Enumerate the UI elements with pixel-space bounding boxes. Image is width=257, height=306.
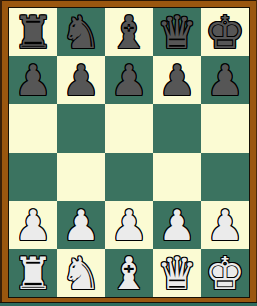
- square-c1[interactable]: ♝: [105, 249, 153, 297]
- square-c7[interactable]: ♟: [105, 56, 153, 104]
- piece-black-knight[interactable]: ♞: [61, 9, 101, 56]
- square-e8[interactable]: ♚: [201, 8, 249, 56]
- square-b7[interactable]: ♟: [57, 56, 105, 104]
- square-b1[interactable]: ♞: [57, 249, 105, 297]
- square-e1[interactable]: ♚: [201, 249, 249, 297]
- square-a6[interactable]: [9, 104, 57, 152]
- square-e7[interactable]: ♟: [201, 56, 249, 104]
- piece-black-pawn[interactable]: ♟: [110, 57, 148, 104]
- piece-white-pawn[interactable]: ♟: [206, 202, 244, 249]
- piece-white-pawn[interactable]: ♟: [158, 202, 196, 249]
- square-c5[interactable]: [105, 153, 153, 201]
- square-d2[interactable]: ♟: [153, 201, 201, 249]
- piece-white-rook[interactable]: ♜: [13, 250, 53, 297]
- chess-app-window: ♜♞♝♛♚♟♟♟♟♟♟♟♟♟♟♜♞♝♛♚: [0, 0, 257, 306]
- board-frame-left-edge: [0, 0, 2, 306]
- piece-black-king[interactable]: ♚: [205, 9, 245, 56]
- square-a1[interactable]: ♜: [9, 249, 57, 297]
- window-background-strip: [0, 302, 257, 306]
- square-b6[interactable]: [57, 104, 105, 152]
- piece-white-bishop[interactable]: ♝: [109, 250, 149, 297]
- square-d6[interactable]: [153, 104, 201, 152]
- square-e5[interactable]: [201, 153, 249, 201]
- square-c2[interactable]: ♟: [105, 201, 153, 249]
- square-d7[interactable]: ♟: [153, 56, 201, 104]
- piece-white-knight[interactable]: ♞: [61, 250, 101, 297]
- piece-white-queen[interactable]: ♛: [157, 250, 197, 297]
- square-a5[interactable]: [9, 153, 57, 201]
- square-a8[interactable]: ♜: [9, 8, 57, 56]
- chess-board: ♜♞♝♛♚♟♟♟♟♟♟♟♟♟♟♜♞♝♛♚: [9, 8, 249, 297]
- piece-white-pawn[interactable]: ♟: [62, 202, 100, 249]
- square-b8[interactable]: ♞: [57, 8, 105, 56]
- square-d8[interactable]: ♛: [153, 8, 201, 56]
- square-c8[interactable]: ♝: [105, 8, 153, 56]
- piece-white-king[interactable]: ♚: [205, 250, 245, 297]
- piece-black-pawn[interactable]: ♟: [62, 57, 100, 104]
- square-b5[interactable]: [57, 153, 105, 201]
- board-frame-right-edge: [256, 0, 257, 306]
- square-e2[interactable]: ♟: [201, 201, 249, 249]
- piece-black-pawn[interactable]: ♟: [206, 57, 244, 104]
- piece-black-rook[interactable]: ♜: [13, 9, 53, 56]
- piece-black-pawn[interactable]: ♟: [14, 57, 52, 104]
- square-e6[interactable]: [201, 104, 249, 152]
- square-c6[interactable]: [105, 104, 153, 152]
- square-b2[interactable]: ♟: [57, 201, 105, 249]
- piece-black-pawn[interactable]: ♟: [158, 57, 196, 104]
- piece-white-pawn[interactable]: ♟: [14, 202, 52, 249]
- square-a2[interactable]: ♟: [9, 201, 57, 249]
- square-d1[interactable]: ♛: [153, 249, 201, 297]
- square-d5[interactable]: [153, 153, 201, 201]
- square-a7[interactable]: ♟: [9, 56, 57, 104]
- piece-black-queen[interactable]: ♛: [157, 9, 197, 56]
- piece-black-bishop[interactable]: ♝: [109, 9, 149, 56]
- piece-white-pawn[interactable]: ♟: [110, 202, 148, 249]
